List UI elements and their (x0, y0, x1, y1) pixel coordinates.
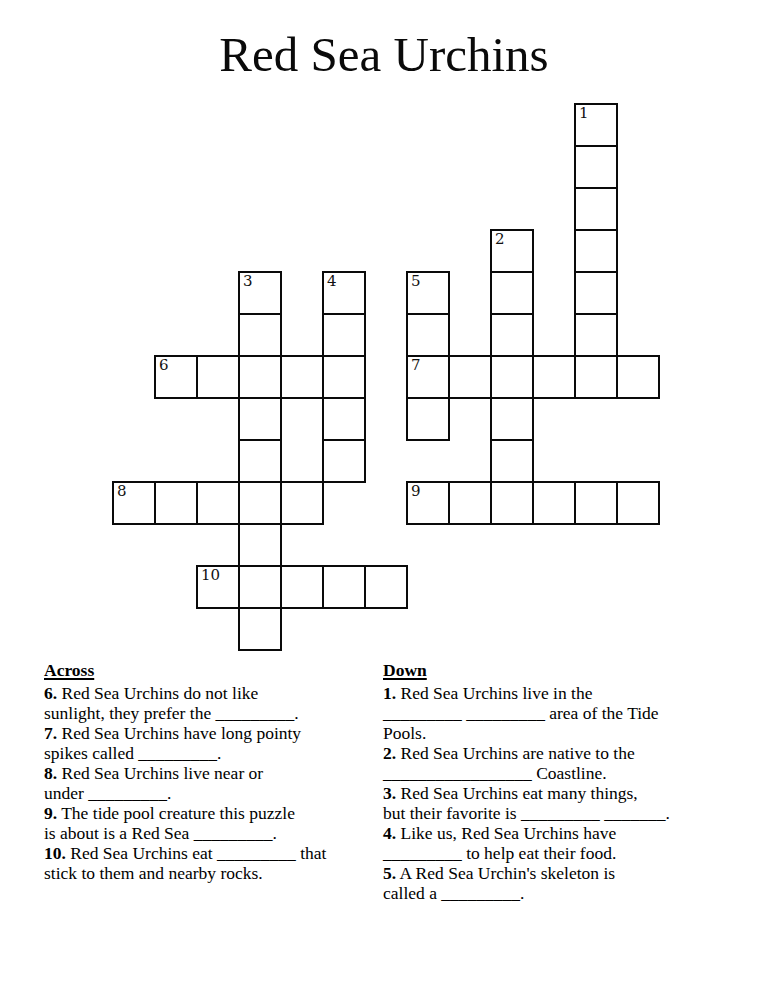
grid-cell[interactable] (406, 397, 450, 441)
cell-number: 2 (495, 232, 505, 247)
clue-number: 3. (383, 783, 396, 803)
grid-cell[interactable] (616, 481, 660, 525)
down-clues-section: Down 1. Red Sea Urchins live in the ____… (383, 660, 748, 903)
grid-cell[interactable] (574, 145, 618, 189)
grid-cell[interactable] (406, 313, 450, 357)
cell-number: 9 (411, 484, 421, 499)
grid-cell[interactable] (280, 481, 324, 525)
grid-cell[interactable]: 9 (406, 481, 450, 525)
clue-number: 9. (44, 803, 57, 823)
clue-number: 7. (44, 723, 57, 743)
grid-cell[interactable] (238, 313, 282, 357)
grid-cell[interactable] (196, 481, 240, 525)
clue-text: Red Sea Urchins have long pointy spikes … (44, 723, 301, 763)
grid-cell[interactable] (490, 271, 534, 315)
clue-text: Red Sea Urchins live in the _________ __… (383, 683, 659, 743)
across-clue-7: 7. Red Sea Urchins have long pointy spik… (44, 723, 389, 763)
grid-cell[interactable] (322, 397, 366, 441)
grid-cell[interactable] (238, 397, 282, 441)
clue-text: Red Sea Urchins are native to the ______… (383, 743, 635, 783)
down-clue-list: 1. Red Sea Urchins live in the _________… (383, 683, 748, 903)
page-title: Red Sea Urchins (0, 30, 768, 79)
grid-cell[interactable] (238, 355, 282, 399)
grid-cell[interactable] (616, 355, 660, 399)
grid-cell[interactable] (490, 481, 534, 525)
clue-text: Red Sea Urchins live near or under _____… (44, 763, 263, 803)
grid-cell[interactable] (490, 397, 534, 441)
grid-cell[interactable] (196, 355, 240, 399)
grid-cell[interactable] (490, 355, 534, 399)
down-header: Down (383, 660, 748, 680)
across-clue-9: 9. The tide pool creature this puzzle is… (44, 803, 389, 843)
clue-text: Red Sea Urchins eat _________ that stick… (44, 843, 326, 883)
grid-cell[interactable]: 8 (112, 481, 156, 525)
cell-number: 10 (201, 568, 220, 583)
grid-cell[interactable] (490, 313, 534, 357)
cell-number: 8 (117, 484, 127, 499)
clue-text: Red Sea Urchins do not like sunlight, th… (44, 683, 299, 723)
clue-text: A Red Sea Urchin's skeleton is called a … (383, 863, 615, 903)
grid-cell[interactable] (490, 439, 534, 483)
across-clue-10: 10. Red Sea Urchins eat _________ that s… (44, 843, 389, 883)
grid-cell[interactable] (238, 523, 282, 567)
cell-number: 7 (411, 358, 421, 373)
grid-cell[interactable] (322, 565, 366, 609)
grid-cell[interactable]: 4 (322, 271, 366, 315)
grid-cell[interactable]: 2 (490, 229, 534, 273)
grid-cell[interactable] (574, 355, 618, 399)
clue-number: 4. (383, 823, 396, 843)
grid-cell[interactable] (574, 187, 618, 231)
clue-number: 1. (383, 683, 396, 703)
grid-cell[interactable] (322, 355, 366, 399)
grid-cell[interactable] (238, 607, 282, 651)
clue-number: 8. (44, 763, 57, 783)
across-header: Across (44, 660, 389, 680)
grid-cell[interactable]: 5 (406, 271, 450, 315)
clue-text: Red Sea Urchins eat many things, but the… (383, 783, 670, 823)
grid-cell[interactable] (280, 565, 324, 609)
grid-cell[interactable] (574, 271, 618, 315)
clue-text: Like us, Red Sea Urchins have _________ … (383, 823, 616, 863)
grid-cell[interactable]: 10 (196, 565, 240, 609)
across-clues-section: Across 6. Red Sea Urchins do not like su… (44, 660, 389, 883)
down-clue-2: 2. Red Sea Urchins are native to the ___… (383, 743, 748, 783)
grid-cell[interactable] (154, 481, 198, 525)
down-clue-4: 4. Like us, Red Sea Urchins have _______… (383, 823, 748, 863)
across-clue-8: 8. Red Sea Urchins live near or under __… (44, 763, 389, 803)
down-clue-3: 3. Red Sea Urchins eat many things, but … (383, 783, 748, 823)
clue-number: 10. (44, 843, 66, 863)
clue-number: 6. (44, 683, 57, 703)
cell-number: 5 (411, 274, 421, 289)
grid-cell[interactable]: 7 (406, 355, 450, 399)
clue-text: The tide pool creature this puzzle is ab… (44, 803, 295, 843)
grid-cell[interactable] (574, 481, 618, 525)
grid-cell[interactable] (364, 565, 408, 609)
grid-cell[interactable] (532, 481, 576, 525)
clue-number: 2. (383, 743, 396, 763)
down-clue-5: 5. A Red Sea Urchin's skeleton is called… (383, 863, 748, 903)
cell-number: 3 (243, 274, 253, 289)
grid-cell[interactable] (280, 355, 324, 399)
grid-cell[interactable]: 3 (238, 271, 282, 315)
grid-cell[interactable] (238, 439, 282, 483)
cell-number: 6 (159, 358, 169, 373)
crossword-grid: 12345678910 (112, 103, 660, 651)
grid-cell[interactable] (448, 481, 492, 525)
grid-cell[interactable] (322, 439, 366, 483)
grid-cell[interactable] (322, 313, 366, 357)
grid-cell[interactable]: 1 (574, 103, 618, 147)
cell-number: 1 (579, 106, 589, 121)
across-clue-6: 6. Red Sea Urchins do not like sunlight,… (44, 683, 389, 723)
grid-cell[interactable] (574, 313, 618, 357)
clue-number: 5. (383, 863, 396, 883)
grid-cell[interactable] (574, 229, 618, 273)
grid-cell[interactable]: 6 (154, 355, 198, 399)
down-clue-1: 1. Red Sea Urchins live in the _________… (383, 683, 748, 743)
grid-cell[interactable] (238, 565, 282, 609)
grid-cell[interactable] (238, 481, 282, 525)
across-clue-list: 6. Red Sea Urchins do not like sunlight,… (44, 683, 389, 883)
crossword-page: Red Sea Urchins 12345678910 Across 6. Re… (0, 0, 768, 994)
grid-cell[interactable] (448, 355, 492, 399)
grid-cell[interactable] (532, 355, 576, 399)
cell-number: 4 (327, 274, 337, 289)
